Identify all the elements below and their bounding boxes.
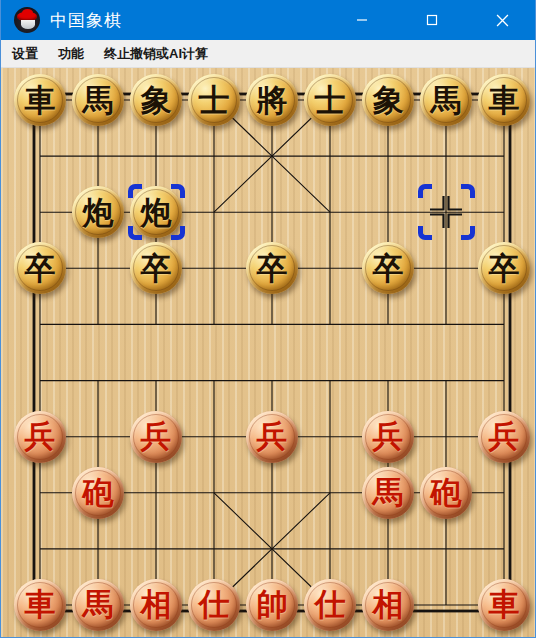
- piece-layer: 車馬象士將士象馬車炮炮卒卒卒卒卒兵兵兵兵兵砲馬砲車馬相仕帥仕相車: [11, 72, 533, 633]
- titlebar: 中国象棋: [1, 0, 536, 40]
- xiangqi-window: 中国象棋 设置 功能 终止撤销或AI计算: [0, 0, 536, 638]
- piece-black-soldier[interactable]: 卒: [362, 242, 414, 294]
- piece-black-elephant[interactable]: 象: [130, 74, 182, 126]
- close-icon: [496, 14, 509, 27]
- piece-black-soldier[interactable]: 卒: [130, 242, 182, 294]
- piece-black-advisor[interactable]: 士: [188, 74, 240, 126]
- piece-red-elephant[interactable]: 相: [362, 579, 414, 631]
- piece-black-horse[interactable]: 馬: [72, 74, 124, 126]
- piece-black-rook[interactable]: 車: [478, 74, 530, 126]
- piece-red-general[interactable]: 帥: [246, 579, 298, 631]
- redhat-app-icon: [14, 7, 40, 33]
- maximize-icon: [426, 14, 438, 26]
- xiangqi-board[interactable]: 車馬象士將士象馬車炮炮卒卒卒卒卒兵兵兵兵兵砲馬砲車馬相仕帥仕相車: [1, 68, 536, 638]
- window-title: 中国象棋: [50, 9, 122, 32]
- menubar: 设置 功能 终止撤销或AI计算: [1, 40, 536, 68]
- minimize-icon: [356, 14, 368, 26]
- piece-black-advisor[interactable]: 士: [304, 74, 356, 126]
- piece-black-elephant[interactable]: 象: [362, 74, 414, 126]
- piece-black-soldier[interactable]: 卒: [478, 242, 530, 294]
- piece-black-cannon[interactable]: 炮: [130, 186, 182, 238]
- piece-red-rook[interactable]: 車: [478, 579, 530, 631]
- maximize-button[interactable]: [397, 0, 467, 40]
- piece-red-soldier[interactable]: 兵: [246, 411, 298, 463]
- menu-functions[interactable]: 功能: [49, 41, 93, 67]
- piece-black-cannon[interactable]: 炮: [72, 186, 124, 238]
- piece-black-rook[interactable]: 車: [14, 74, 66, 126]
- piece-red-soldier[interactable]: 兵: [362, 411, 414, 463]
- piece-black-soldier[interactable]: 卒: [14, 242, 66, 294]
- piece-red-advisor[interactable]: 仕: [304, 579, 356, 631]
- minimize-button[interactable]: [327, 0, 397, 40]
- piece-red-cannon[interactable]: 砲: [420, 467, 472, 519]
- piece-black-soldier[interactable]: 卒: [246, 242, 298, 294]
- piece-red-cannon[interactable]: 砲: [72, 467, 124, 519]
- menu-settings[interactable]: 设置: [3, 41, 47, 67]
- piece-black-general[interactable]: 將: [246, 74, 298, 126]
- piece-red-soldier[interactable]: 兵: [14, 411, 66, 463]
- piece-red-horse[interactable]: 馬: [72, 579, 124, 631]
- menu-stop-undo-or-ai[interactable]: 终止撤销或AI计算: [95, 41, 217, 67]
- piece-red-horse[interactable]: 馬: [362, 467, 414, 519]
- piece-red-advisor[interactable]: 仕: [188, 579, 240, 631]
- piece-black-horse[interactable]: 馬: [420, 74, 472, 126]
- piece-red-elephant[interactable]: 相: [130, 579, 182, 631]
- close-button[interactable]: [467, 0, 536, 40]
- piece-red-soldier[interactable]: 兵: [478, 411, 530, 463]
- piece-red-soldier[interactable]: 兵: [130, 411, 182, 463]
- piece-red-rook[interactable]: 車: [14, 579, 66, 631]
